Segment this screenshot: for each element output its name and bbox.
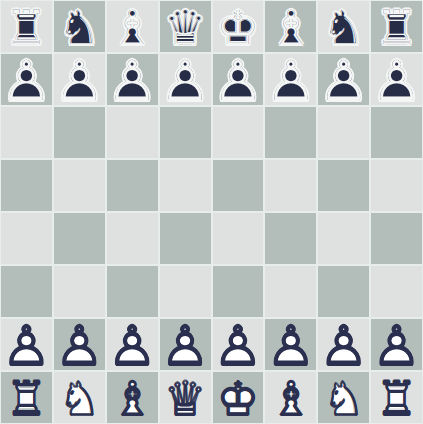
square-d7[interactable]: ♟♙ [159,53,212,106]
square-b6[interactable] [53,106,106,159]
square-c5[interactable] [106,159,159,212]
white-pawn[interactable]: ♟♙ [106,318,159,371]
white-pawn-detail-lines: ♙ [370,320,423,373]
black-king-glyph: ♚ [212,1,265,54]
square-b5[interactable] [53,159,106,212]
square-h6[interactable] [370,106,423,159]
black-pawn-glyph: ♟ [0,55,53,108]
black-pawn-detail-lines: ♙ [264,55,317,108]
white-pawn-glyph: ♟ [264,320,317,373]
white-rook-detail-lines: ♖ [0,372,53,424]
black-pawn[interactable]: ♟♙ [317,53,370,106]
white-pawn-detail-lines: ♙ [212,320,265,373]
black-pawn[interactable]: ♟♙ [212,53,265,106]
square-a7[interactable]: ♟♙ [0,53,53,106]
square-g7[interactable]: ♟♙ [317,53,370,106]
black-pawn-detail-lines: ♙ [370,55,423,108]
white-pawn[interactable]: ♟♙ [264,318,317,371]
square-f3[interactable] [264,265,317,318]
black-pawn-glyph: ♟ [53,55,106,108]
black-pawn-glyph: ♟ [106,55,159,108]
black-pawn-glyph: ♟ [264,55,317,108]
white-pawn-glyph: ♟ [212,320,265,373]
white-rook[interactable]: ♜♖ [0,371,53,424]
white-pawn-glyph: ♟ [317,320,370,373]
square-c8[interactable]: ♝♗ [106,0,159,53]
black-knight-detail-lines: ♘ [53,1,106,54]
square-f2[interactable]: ♟♙ [264,318,317,371]
black-bishop-detail-lines: ♗ [106,1,159,54]
square-b4[interactable] [53,212,106,265]
black-knight-glyph: ♞ [53,1,106,54]
square-f1[interactable]: ♝♗ [264,371,317,424]
black-bishop-glyph: ♝ [106,1,159,54]
black-pawn[interactable]: ♟♙ [106,53,159,106]
white-pawn-detail-lines: ♙ [106,320,159,373]
square-c6[interactable] [106,106,159,159]
black-knight[interactable]: ♞♘ [317,0,370,53]
square-g3[interactable] [317,265,370,318]
square-h5[interactable] [370,159,423,212]
square-h3[interactable] [370,265,423,318]
square-f7[interactable]: ♟♙ [264,53,317,106]
black-knight-detail-lines: ♘ [317,1,370,54]
chess-board-container: ♜♖♞♘♝♗♛♕♚♔♝♗♞♘♜♖♟♙♟♙♟♙♟♙♟♙♟♙♟♙♟♙♟♙♟♙♟♙♟♙… [0,0,423,424]
white-pawn-detail-lines: ♙ [0,320,53,373]
white-queen-detail-lines: ♕ [159,372,212,424]
white-rook-detail-lines: ♖ [370,372,423,424]
black-pawn-detail-lines: ♙ [212,55,265,108]
square-b2[interactable]: ♟♙ [53,318,106,371]
square-f8[interactable]: ♝♗ [264,0,317,53]
square-a1[interactable]: ♜♖ [0,371,53,424]
square-a5[interactable] [0,159,53,212]
white-pawn-glyph: ♟ [53,320,106,373]
black-bishop[interactable]: ♝♗ [106,0,159,53]
square-c2[interactable]: ♟♙ [106,318,159,371]
black-queen-glyph: ♛ [159,1,212,54]
white-bishop[interactable]: ♝♗ [106,371,159,424]
square-d2[interactable]: ♟♙ [159,318,212,371]
square-h2[interactable]: ♟♙ [370,318,423,371]
white-knight-detail-lines: ♘ [317,372,370,424]
square-a8[interactable]: ♜♖ [0,0,53,53]
square-e2[interactable]: ♟♙ [212,318,265,371]
white-pawn-detail-lines: ♙ [159,320,212,373]
white-pawn-detail-lines: ♙ [317,320,370,373]
square-d6[interactable] [159,106,212,159]
white-king[interactable]: ♚♔ [212,371,265,424]
square-h4[interactable] [370,212,423,265]
black-rook-glyph: ♜ [0,1,53,54]
black-pawn-detail-lines: ♙ [159,55,212,108]
square-a6[interactable] [0,106,53,159]
square-e5[interactable] [212,159,265,212]
white-pawn-glyph: ♟ [370,320,423,373]
white-pawn-glyph: ♟ [0,320,53,373]
black-pawn-detail-lines: ♙ [106,55,159,108]
square-e4[interactable] [212,212,265,265]
white-pawn[interactable]: ♟♙ [212,318,265,371]
white-rook-glyph: ♜ [370,372,423,424]
black-bishop-glyph: ♝ [264,1,317,54]
square-b1[interactable]: ♞♘ [53,371,106,424]
square-g2[interactable]: ♟♙ [317,318,370,371]
square-h8[interactable]: ♜♖ [370,0,423,53]
white-pawn[interactable]: ♟♙ [317,318,370,371]
square-c4[interactable] [106,212,159,265]
black-rook[interactable]: ♜♖ [0,0,53,53]
black-pawn-detail-lines: ♙ [53,55,106,108]
white-knight-glyph: ♞ [53,372,106,424]
black-pawn[interactable]: ♟♙ [370,53,423,106]
white-knight-glyph: ♞ [317,372,370,424]
white-pawn-glyph: ♟ [106,320,159,373]
white-pawn[interactable]: ♟♙ [0,318,53,371]
black-pawn-glyph: ♟ [159,55,212,108]
square-g5[interactable] [317,159,370,212]
white-knight-detail-lines: ♘ [53,372,106,424]
square-b3[interactable] [53,265,106,318]
square-a4[interactable] [0,212,53,265]
square-g4[interactable] [317,212,370,265]
square-a2[interactable]: ♟♙ [0,318,53,371]
square-d4[interactable] [159,212,212,265]
square-g8[interactable]: ♞♘ [317,0,370,53]
black-rook-detail-lines: ♖ [0,1,53,54]
white-bishop-detail-lines: ♗ [264,372,317,424]
black-pawn-detail-lines: ♙ [317,55,370,108]
square-d8[interactable]: ♛♕ [159,0,212,53]
black-pawn-detail-lines: ♙ [0,55,53,108]
black-pawn[interactable]: ♟♙ [0,53,53,106]
square-b7[interactable]: ♟♙ [53,53,106,106]
white-king-glyph: ♚ [212,372,265,424]
black-bishop[interactable]: ♝♗ [264,0,317,53]
square-d1[interactable]: ♛♕ [159,371,212,424]
square-h1[interactable]: ♜♖ [370,371,423,424]
white-pawn[interactable]: ♟♙ [370,318,423,371]
white-bishop[interactable]: ♝♗ [264,371,317,424]
white-queen[interactable]: ♛♕ [159,371,212,424]
black-pawn-glyph: ♟ [370,55,423,108]
black-pawn-glyph: ♟ [212,55,265,108]
square-h7[interactable]: ♟♙ [370,53,423,106]
square-g1[interactable]: ♞♘ [317,371,370,424]
square-g6[interactable] [317,106,370,159]
black-rook[interactable]: ♜♖ [370,0,423,53]
square-f5[interactable] [264,159,317,212]
square-f4[interactable] [264,212,317,265]
black-king[interactable]: ♚♔ [212,0,265,53]
square-e8[interactable]: ♚♔ [212,0,265,53]
white-bishop-glyph: ♝ [264,372,317,424]
white-knight[interactable]: ♞♘ [53,371,106,424]
black-pawn[interactable]: ♟♙ [264,53,317,106]
square-e7[interactable]: ♟♙ [212,53,265,106]
black-knight[interactable]: ♞♘ [53,0,106,53]
white-pawn[interactable]: ♟♙ [53,318,106,371]
white-rook[interactable]: ♜♖ [370,371,423,424]
square-e6[interactable] [212,106,265,159]
white-bishop-detail-lines: ♗ [106,372,159,424]
black-knight-glyph: ♞ [317,1,370,54]
chess-board: ♜♖♞♘♝♗♛♕♚♔♝♗♞♘♜♖♟♙♟♙♟♙♟♙♟♙♟♙♟♙♟♙♟♙♟♙♟♙♟♙… [0,0,423,424]
square-b8[interactable]: ♞♘ [53,0,106,53]
black-king-detail-lines: ♔ [212,1,265,54]
square-c7[interactable]: ♟♙ [106,53,159,106]
white-queen-glyph: ♛ [159,372,212,424]
black-pawn-glyph: ♟ [317,55,370,108]
square-d5[interactable] [159,159,212,212]
white-rook-glyph: ♜ [0,372,53,424]
white-bishop-glyph: ♝ [106,372,159,424]
black-rook-glyph: ♜ [370,1,423,54]
black-queen-detail-lines: ♕ [159,1,212,54]
white-king-detail-lines: ♔ [212,372,265,424]
square-e3[interactable] [212,265,265,318]
black-rook-detail-lines: ♖ [370,1,423,54]
square-d3[interactable] [159,265,212,318]
square-f6[interactable] [264,106,317,159]
black-pawn[interactable]: ♟♙ [159,53,212,106]
white-knight[interactable]: ♞♘ [317,371,370,424]
square-e1[interactable]: ♚♔ [212,371,265,424]
white-pawn-detail-lines: ♙ [53,320,106,373]
white-pawn-detail-lines: ♙ [264,320,317,373]
square-c3[interactable] [106,265,159,318]
black-pawn[interactable]: ♟♙ [53,53,106,106]
square-c1[interactable]: ♝♗ [106,371,159,424]
white-pawn[interactable]: ♟♙ [159,318,212,371]
black-queen[interactable]: ♛♕ [159,0,212,53]
white-pawn-glyph: ♟ [159,320,212,373]
square-a3[interactable] [0,265,53,318]
black-bishop-detail-lines: ♗ [264,1,317,54]
